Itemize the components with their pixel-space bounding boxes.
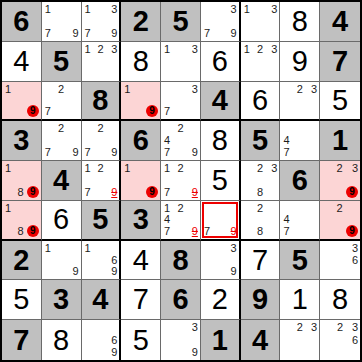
- candidate: 2: [336, 203, 342, 214]
- candidate: 7: [164, 226, 170, 237]
- candidate: 1: [244, 4, 250, 15]
- candidate: 7: [85, 187, 91, 198]
- solved-digit: 5: [332, 86, 348, 115]
- solved-digit: 4: [133, 246, 149, 275]
- candidate-grid: 2479: [161, 121, 200, 160]
- candidate: 3: [311, 84, 317, 95]
- cell-r6c1[interactable]: 189: [2, 201, 42, 241]
- given-digit: 5: [53, 47, 69, 76]
- cell-r4c2[interactable]: 279: [42, 121, 82, 161]
- candidate: 3: [352, 322, 358, 333]
- candidate: 1: [85, 243, 91, 254]
- colored-candidate: 9: [27, 186, 39, 198]
- given-digit: 6: [13, 7, 29, 36]
- candidate: 3: [271, 44, 277, 55]
- eliminated-candidate: 9: [231, 226, 237, 237]
- candidate-grid: 379: [201, 2, 239, 41]
- candidate-grid: 79: [201, 201, 239, 239]
- sudoku-board: 6179137925379138445123813612397192781937…: [0, 0, 362, 362]
- candidate: 2: [297, 84, 303, 95]
- cell-r7c3[interactable]: 169: [82, 241, 122, 281]
- cell-r5c8[interactable]: 6: [280, 161, 320, 201]
- cell-r5c4[interactable]: 19: [121, 161, 161, 201]
- candidate: 3: [111, 4, 117, 15]
- given-digit: 3: [13, 126, 29, 155]
- candidate: 3: [352, 163, 358, 174]
- eliminated-candidate: 9: [192, 226, 198, 237]
- eliminated-candidate: 9: [192, 187, 198, 198]
- given-digit: 4: [252, 326, 268, 355]
- candidate-grid: 189: [2, 201, 41, 239]
- candidate-grid: 279: [82, 121, 120, 160]
- solved-digit: 8: [332, 285, 348, 314]
- candidate: 1: [45, 4, 51, 15]
- candidate-grid: 13: [241, 2, 280, 41]
- solved-digit: 2: [212, 285, 228, 314]
- given-digit: 7: [332, 47, 348, 76]
- solved-digit: 5: [13, 285, 29, 314]
- colored-candidate: 9: [146, 186, 158, 198]
- cell-r4c7[interactable]: 5: [241, 121, 281, 161]
- given-digit: 6: [292, 166, 308, 195]
- solved-digit: 7: [252, 246, 268, 275]
- candidate-grid: 19: [121, 82, 160, 120]
- candidate: 7: [45, 28, 51, 39]
- eliminated-candidate: 9: [111, 187, 117, 198]
- cell-r4c6[interactable]: 8: [201, 121, 241, 161]
- cell-r7c1[interactable]: 2: [2, 241, 42, 281]
- candidate: 2: [177, 123, 183, 134]
- candidate-grid: 19: [42, 241, 81, 280]
- candidate: 1: [244, 44, 250, 55]
- cell-r2c7[interactable]: 123: [241, 42, 281, 82]
- given-digit: 7: [13, 326, 29, 355]
- colored-candidate: 9: [346, 186, 358, 198]
- candidate-grid: 236: [320, 320, 360, 360]
- candidate: 1: [124, 163, 130, 174]
- given-digit: 5: [92, 205, 108, 234]
- candidate-grid: 47: [280, 121, 319, 160]
- cell-r6c7[interactable]: 28: [241, 201, 281, 241]
- cell-r2c4[interactable]: 8: [121, 42, 161, 82]
- cell-r2c8[interactable]: 9: [280, 42, 320, 82]
- cell-r1c7[interactable]: 13: [241, 2, 281, 42]
- candidate: 2: [297, 322, 303, 333]
- solved-digit: 5: [133, 326, 149, 355]
- candidate: 3: [271, 4, 277, 15]
- candidate-grid: 19: [2, 82, 41, 120]
- candidate: 2: [257, 203, 263, 214]
- candidate-grid: 28: [241, 201, 280, 239]
- cell-r4c3[interactable]: 279: [82, 121, 122, 161]
- candidate: 6: [352, 255, 358, 266]
- candidate: 9: [72, 28, 78, 39]
- cell-r5c6[interactable]: 5: [201, 161, 241, 201]
- candidate-grid: 39: [201, 241, 239, 280]
- candidate: 7: [164, 187, 170, 198]
- candidate: 9: [111, 266, 117, 277]
- candidate: 1: [164, 203, 170, 214]
- candidate: 1: [85, 44, 91, 55]
- cell-r2c3[interactable]: 123: [82, 42, 122, 82]
- cell-r2c5[interactable]: 13: [161, 42, 201, 82]
- candidate-grid: 23: [280, 320, 319, 360]
- candidate: 2: [97, 123, 103, 134]
- solved-digit: 7: [133, 285, 149, 314]
- candidate-grid: 12479: [161, 201, 200, 239]
- candidate: 7: [204, 28, 210, 39]
- candidate-grid: 179: [42, 2, 81, 41]
- candidate-grid: 189: [2, 161, 41, 200]
- cell-r8c2[interactable]: 3: [42, 280, 82, 320]
- candidate: 7: [283, 147, 289, 158]
- candidate: 2: [97, 163, 103, 174]
- cell-r3c1[interactable]: 19: [2, 82, 42, 122]
- candidate: 2: [257, 163, 263, 174]
- cell-r2c9[interactable]: 7: [320, 42, 360, 82]
- candidate: 9: [111, 147, 117, 158]
- cell-r1c8[interactable]: 8: [280, 2, 320, 42]
- cell-r1c5[interactable]: 5: [161, 2, 201, 42]
- candidate-grid: 23: [280, 82, 319, 120]
- given-digit: 6: [172, 285, 188, 314]
- cell-r4c4[interactable]: 6: [121, 121, 161, 161]
- cell-r8c8[interactable]: 1: [280, 280, 320, 320]
- candidate: 3: [311, 322, 317, 333]
- solved-digit: 4: [13, 47, 29, 76]
- cell-r6c4[interactable]: 3: [121, 201, 161, 241]
- candidate: 2: [58, 123, 64, 134]
- cell-r9c6[interactable]: 1: [201, 320, 241, 360]
- given-digit: 5: [172, 7, 188, 36]
- cell-r4c8[interactable]: 47: [280, 121, 320, 161]
- cell-r1c9[interactable]: 4: [320, 2, 360, 42]
- candidate-grid: 19: [121, 161, 160, 200]
- given-digit: 4: [92, 285, 108, 314]
- candidate: 3: [231, 243, 237, 254]
- cell-r3c8[interactable]: 23: [280, 82, 320, 122]
- cell-r9c8[interactable]: 23: [280, 320, 320, 360]
- solved-digit: 1: [292, 285, 308, 314]
- cell-r6c3[interactable]: 5: [82, 201, 122, 241]
- candidate: 3: [192, 84, 198, 95]
- cell-r7c2[interactable]: 19: [42, 241, 82, 281]
- given-digit: 4: [53, 166, 69, 195]
- candidate: 8: [18, 226, 24, 237]
- solved-digit: 6: [53, 205, 69, 234]
- cell-r7c8[interactable]: 5: [280, 241, 320, 281]
- cell-r8c5[interactable]: 6: [161, 280, 201, 320]
- candidate: 4: [283, 214, 289, 225]
- cell-r3c3[interactable]: 8: [82, 82, 122, 122]
- cell-r2c6[interactable]: 6: [201, 42, 241, 82]
- cell-r2c2[interactable]: 5: [42, 42, 82, 82]
- candidate: 7: [45, 147, 51, 158]
- cell-r6c9[interactable]: 29: [320, 201, 360, 241]
- candidate: 8: [257, 187, 263, 198]
- given-digit: 3: [133, 205, 149, 234]
- candidate: 7: [85, 28, 91, 39]
- candidate: 1: [85, 4, 91, 15]
- solved-digit: 8: [53, 326, 69, 355]
- candidate: 6: [111, 335, 117, 346]
- given-digit: 3: [53, 285, 69, 314]
- cell-r3c2[interactable]: 27: [42, 82, 82, 122]
- cell-r8c1[interactable]: 5: [2, 280, 42, 320]
- solved-digit: 8: [133, 47, 149, 76]
- candidate: 7: [164, 106, 170, 117]
- cell-r9c2[interactable]: 8: [42, 320, 82, 360]
- candidate: 3: [192, 44, 198, 55]
- solved-digit: 6: [252, 86, 268, 115]
- candidate: 9: [72, 147, 78, 158]
- cell-r8c4[interactable]: 7: [121, 280, 161, 320]
- cell-r7c7[interactable]: 7: [241, 241, 281, 281]
- given-digit: 5: [292, 246, 308, 275]
- cell-r1c4[interactable]: 2: [121, 2, 161, 42]
- cell-r5c5[interactable]: 1279: [161, 161, 201, 201]
- given-digit: 6: [133, 126, 149, 155]
- cell-r7c4[interactable]: 4: [121, 241, 161, 281]
- given-digit: 8: [92, 86, 108, 115]
- candidate: 9: [111, 347, 117, 358]
- candidate-grid: 13: [161, 42, 200, 81]
- colored-candidate: 9: [27, 105, 39, 117]
- solved-digit: 8: [212, 126, 228, 155]
- cell-r9c9[interactable]: 236: [320, 320, 360, 360]
- candidate-grid: 1279: [161, 161, 200, 200]
- cell-r8c3[interactable]: 4: [82, 280, 122, 320]
- candidate: 8: [18, 187, 24, 198]
- cell-r1c3[interactable]: 1379: [82, 2, 122, 42]
- cell-r7c6[interactable]: 39: [201, 241, 241, 281]
- cell-r1c2[interactable]: 179: [42, 2, 82, 42]
- cell-r4c1[interactable]: 3: [2, 121, 42, 161]
- candidate: 2: [58, 84, 64, 95]
- solved-digit: 6: [212, 47, 228, 76]
- candidate: 4: [164, 214, 170, 225]
- candidate-grid: 47: [280, 201, 319, 239]
- cell-r5c9[interactable]: 239: [320, 161, 360, 201]
- candidate-grid: 123: [241, 42, 280, 81]
- candidate: 7: [85, 147, 91, 158]
- colored-candidate: 9: [27, 225, 39, 237]
- candidate: 2: [257, 44, 263, 55]
- candidate: 9: [192, 347, 198, 358]
- cell-r5c1[interactable]: 189: [2, 161, 42, 201]
- candidate: 2: [177, 163, 183, 174]
- solved-digit: 8: [292, 7, 308, 36]
- cell-r5c3[interactable]: 1279: [82, 161, 122, 201]
- candidate: 2: [337, 322, 343, 333]
- candidate: 1: [5, 163, 11, 174]
- candidate: 2: [336, 163, 342, 174]
- candidate: 9: [231, 28, 237, 39]
- candidate: 4: [164, 135, 170, 146]
- colored-candidate: 9: [146, 105, 158, 117]
- candidate: 7: [283, 226, 289, 237]
- cell-r1c1[interactable]: 6: [2, 2, 42, 42]
- candidate-grid: 39: [161, 320, 200, 360]
- candidate: 1: [85, 163, 91, 174]
- candidate: 3: [192, 322, 198, 333]
- cell-r9c1[interactable]: 7: [2, 320, 42, 360]
- cell-r1c6[interactable]: 379: [201, 2, 241, 42]
- candidate-grid: 239: [320, 161, 360, 200]
- candidate: 1: [45, 243, 51, 254]
- cell-r5c2[interactable]: 4: [42, 161, 82, 201]
- cell-r3c7[interactable]: 6: [241, 82, 281, 122]
- cell-r5c7[interactable]: 238: [241, 161, 281, 201]
- cell-r4c5[interactable]: 2479: [161, 121, 201, 161]
- cell-r3c6[interactable]: 4: [201, 82, 241, 122]
- candidate: 2: [97, 44, 103, 55]
- candidate: 1: [164, 163, 170, 174]
- candidate: 1: [164, 44, 170, 55]
- candidate: 8: [257, 226, 263, 237]
- cell-r6c5[interactable]: 12479: [161, 201, 201, 241]
- cell-r3c5[interactable]: 37: [161, 82, 201, 122]
- candidate: 9: [72, 266, 78, 277]
- candidate-grid: 69: [82, 320, 120, 360]
- given-digit: 1: [332, 126, 348, 155]
- given-digit: 4: [212, 86, 228, 115]
- colored-candidate: 9: [346, 225, 358, 237]
- candidate: 6: [352, 335, 358, 346]
- candidate-grid: 27: [42, 82, 81, 120]
- cell-r7c5[interactable]: 8: [161, 241, 201, 281]
- candidate-grid: 238: [241, 161, 280, 200]
- cell-r6c8[interactable]: 47: [280, 201, 320, 241]
- candidate-grid: 123: [82, 42, 120, 81]
- candidate: 3: [111, 44, 117, 55]
- cell-r4c9[interactable]: 1: [320, 121, 360, 161]
- given-digit: 4: [332, 7, 348, 36]
- candidate: 4: [283, 135, 289, 146]
- cell-r9c3[interactable]: 69: [82, 320, 122, 360]
- given-digit: 1: [212, 326, 228, 355]
- cell-r3c9[interactable]: 5: [320, 82, 360, 122]
- given-digit: 9: [252, 285, 268, 314]
- cell-r6c6[interactable]: 79: [201, 201, 241, 241]
- candidate-grid: 1279: [82, 161, 120, 200]
- candidate: 1: [5, 84, 11, 95]
- candidate: 7: [45, 106, 51, 117]
- candidate-grid: 169: [82, 241, 120, 280]
- candidate: 7: [204, 226, 210, 237]
- cell-r3c4[interactable]: 19: [121, 82, 161, 122]
- candidate: 3: [231, 4, 237, 15]
- cell-r9c5[interactable]: 39: [161, 320, 201, 360]
- cell-r9c7[interactable]: 4: [241, 320, 281, 360]
- cell-r2c1[interactable]: 4: [2, 42, 42, 82]
- candidate: 1: [124, 84, 130, 95]
- cell-r8c7[interactable]: 9: [241, 280, 281, 320]
- cell-r7c9[interactable]: 36: [320, 241, 360, 281]
- given-digit: 5: [252, 126, 268, 155]
- candidate: 7: [164, 147, 170, 158]
- candidate: 1: [5, 203, 11, 214]
- solved-digit: 5: [212, 166, 228, 195]
- candidate-grid: 29: [320, 201, 360, 239]
- given-digit: 8: [172, 246, 188, 275]
- candidate: 9: [231, 266, 237, 277]
- candidate-grid: 279: [42, 121, 81, 160]
- solved-digit: 9: [292, 47, 308, 76]
- candidate-grid: 1379: [82, 2, 120, 41]
- cell-r9c4[interactable]: 5: [121, 320, 161, 360]
- candidate: 3: [271, 163, 277, 174]
- candidate-grid: 37: [161, 82, 200, 120]
- candidate-grid: 36: [320, 241, 360, 280]
- given-digit: 2: [133, 7, 149, 36]
- candidate: 3: [352, 243, 358, 254]
- candidate: 2: [177, 203, 183, 214]
- candidate: 6: [111, 255, 117, 266]
- given-digit: 2: [13, 246, 29, 275]
- cell-r8c6[interactable]: 2: [201, 280, 241, 320]
- cell-r8c9[interactable]: 8: [320, 280, 360, 320]
- candidate: 9: [111, 28, 117, 39]
- candidate: 9: [192, 147, 198, 158]
- cell-r6c2[interactable]: 6: [42, 201, 82, 241]
